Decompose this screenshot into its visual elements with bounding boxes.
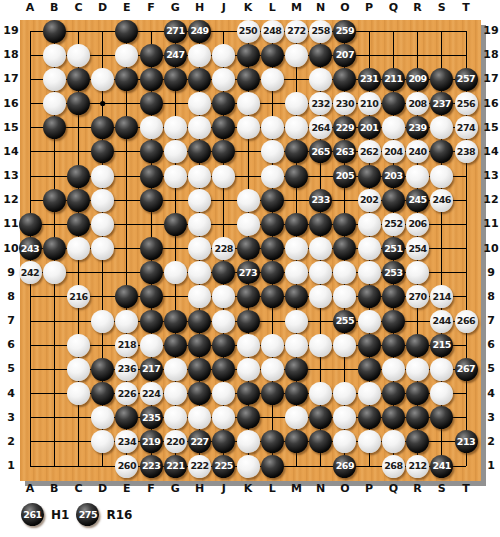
move-number: 225 [215, 461, 233, 471]
white-stone-G4[interactable] [164, 382, 187, 405]
white-stone-G3[interactable] [164, 406, 187, 429]
white-stone-H10[interactable] [188, 237, 211, 260]
row-label-left: 13 [1, 170, 21, 182]
white-stone-C4[interactable] [67, 382, 90, 405]
move-number: 201 [360, 123, 378, 133]
col-label-top: Q [385, 2, 401, 14]
white-stone-N17[interactable] [309, 68, 332, 91]
black-stone-Q17[interactable]: 211 [382, 68, 405, 91]
black-stone-G7[interactable] [164, 310, 187, 333]
row-label-right: 16 [481, 98, 500, 110]
black-stone-T2[interactable]: 213 [455, 430, 478, 453]
black-stone-Q13[interactable]: 203 [382, 165, 405, 188]
black-stone-N11[interactable] [309, 213, 332, 236]
caption-stone-261: 261 [21, 503, 44, 526]
white-stone-C18[interactable] [67, 44, 90, 67]
black-stone-B12[interactable] [43, 189, 66, 212]
black-stone-K3[interactable] [237, 406, 260, 429]
white-stone-K2[interactable] [237, 430, 260, 453]
move-number: 221 [166, 461, 184, 471]
black-stone-F1[interactable]: 223 [140, 455, 163, 478]
black-stone-L9[interactable] [261, 261, 284, 284]
row-label-right: 14 [481, 146, 500, 158]
move-number: 223 [142, 461, 160, 471]
black-stone-H7[interactable] [188, 310, 211, 333]
black-stone-L1[interactable] [261, 455, 284, 478]
move-number: 260 [118, 461, 136, 471]
row-label-right: 6 [481, 339, 500, 351]
black-stone-F2[interactable]: 219 [140, 430, 163, 453]
black-stone-Q7[interactable] [382, 310, 405, 333]
black-stone-G11[interactable] [164, 213, 187, 236]
white-stone-K5[interactable] [237, 358, 260, 381]
black-stone-P13[interactable] [358, 165, 381, 188]
move-number: 246 [433, 195, 451, 205]
white-stone-D12[interactable] [91, 189, 114, 212]
move-number: 254 [408, 244, 426, 254]
black-stone-Q16[interactable] [382, 92, 405, 115]
move-number: 217 [142, 364, 160, 374]
white-stone-C10[interactable] [67, 237, 90, 260]
white-stone-H18[interactable] [188, 44, 211, 67]
black-stone-K9[interactable]: 273 [237, 261, 260, 284]
move-number: 243 [21, 244, 39, 254]
col-label-top: R [410, 2, 426, 14]
black-stone-K4[interactable] [237, 382, 260, 405]
black-stone-O19[interactable]: 259 [333, 20, 356, 43]
black-stone-L4[interactable] [261, 382, 284, 405]
black-stone-S17[interactable] [430, 68, 453, 91]
col-label-top: S [434, 2, 450, 14]
black-stone-G17[interactable] [164, 68, 187, 91]
black-stone-P3[interactable] [358, 406, 381, 429]
white-stone-M7[interactable] [285, 310, 308, 333]
move-number: 248 [263, 26, 281, 36]
white-stone-N16[interactable]: 232 [309, 92, 332, 115]
white-stone-O6[interactable] [333, 334, 356, 357]
white-stone-P14[interactable]: 262 [358, 140, 381, 163]
black-stone-G6[interactable] [164, 334, 187, 357]
white-stone-M9[interactable] [285, 261, 308, 284]
white-stone-R5[interactable] [406, 358, 429, 381]
white-stone-S5[interactable] [430, 358, 453, 381]
black-stone-T17[interactable]: 257 [455, 68, 478, 91]
white-stone-R10[interactable]: 254 [406, 237, 429, 260]
black-stone-Q3[interactable] [382, 406, 405, 429]
white-stone-Q5[interactable] [382, 358, 405, 381]
black-stone-C16[interactable] [67, 92, 90, 115]
white-stone-T7[interactable]: 266 [455, 310, 478, 333]
black-stone-K17[interactable] [237, 68, 260, 91]
white-stone-G5[interactable] [164, 358, 187, 381]
white-stone-C6[interactable] [67, 334, 90, 357]
move-number: 219 [142, 437, 160, 447]
black-stone-Q8[interactable] [382, 285, 405, 308]
row-label-right: 13 [481, 170, 500, 182]
white-stone-D7[interactable] [91, 310, 114, 333]
move-number: 222 [190, 461, 208, 471]
row-label-right: 2 [481, 436, 500, 448]
move-number: 204 [384, 147, 402, 157]
black-stone-F7[interactable] [140, 310, 163, 333]
col-label-bottom: J [216, 483, 232, 495]
white-stone-K12[interactable] [237, 189, 260, 212]
move-number: 273 [239, 268, 257, 278]
black-stone-K18[interactable] [237, 44, 260, 67]
move-number: 271 [166, 26, 184, 36]
white-stone-H12[interactable] [188, 189, 211, 212]
move-number: 208 [408, 99, 426, 109]
black-stone-B10[interactable] [43, 237, 66, 260]
black-stone-Q9[interactable]: 253 [382, 261, 405, 284]
col-label-bottom: C [70, 483, 86, 495]
black-stone-B15[interactable] [43, 116, 66, 139]
row-label-left: 14 [1, 146, 21, 158]
move-number: 256 [457, 99, 475, 109]
white-stone-N19[interactable]: 258 [309, 20, 332, 43]
white-stone-P12[interactable]: 202 [358, 189, 381, 212]
black-stone-P6[interactable] [358, 334, 381, 357]
move-number: 205 [336, 171, 354, 181]
white-stone-B17[interactable] [43, 68, 66, 91]
white-stone-T15[interactable]: 274 [455, 116, 478, 139]
move-number: 267 [457, 364, 475, 374]
black-stone-L10[interactable] [261, 237, 284, 260]
white-stone-K19[interactable]: 250 [237, 20, 260, 43]
black-stone-G18[interactable]: 247 [164, 44, 187, 67]
white-stone-P2[interactable] [358, 430, 381, 453]
row-label-right: 5 [481, 363, 500, 375]
move-number: 251 [384, 244, 402, 254]
black-stone-M13[interactable] [285, 165, 308, 188]
black-stone-F17[interactable] [140, 68, 163, 91]
white-stone-G13[interactable] [164, 165, 187, 188]
row-label-right: 7 [481, 315, 500, 327]
white-stone-H13[interactable] [188, 165, 211, 188]
white-stone-D13[interactable] [91, 165, 114, 188]
white-stone-D11[interactable] [91, 213, 114, 236]
move-number: 216 [69, 292, 87, 302]
black-stone-F12[interactable] [140, 189, 163, 212]
col-label-bottom: B [46, 483, 62, 495]
black-stone-A11[interactable] [19, 213, 42, 236]
black-stone-S1[interactable]: 241 [430, 455, 453, 478]
row-label-right: 10 [481, 243, 500, 255]
col-label-top: D [95, 2, 111, 14]
row-label-left: 15 [1, 122, 21, 134]
black-stone-T5[interactable]: 267 [455, 358, 478, 381]
white-stone-G14[interactable] [164, 140, 187, 163]
white-stone-L13[interactable] [261, 165, 284, 188]
move-number: 233 [311, 195, 329, 205]
move-number: 218 [118, 340, 136, 350]
black-stone-K8[interactable] [237, 285, 260, 308]
white-stone-K16[interactable] [237, 92, 260, 115]
black-stone-H6[interactable] [188, 334, 211, 357]
white-stone-R16[interactable]: 208 [406, 92, 429, 115]
white-stone-Q15[interactable] [382, 116, 405, 139]
black-stone-F14[interactable] [140, 140, 163, 163]
white-stone-P16[interactable]: 210 [358, 92, 381, 115]
white-stone-Q11[interactable]: 252 [382, 213, 405, 236]
black-stone-O1[interactable]: 269 [333, 455, 356, 478]
white-stone-H11[interactable] [188, 213, 211, 236]
black-stone-H5[interactable] [188, 358, 211, 381]
move-number: 228 [215, 244, 233, 254]
black-stone-D4[interactable] [91, 382, 114, 405]
white-stone-C5[interactable] [67, 358, 90, 381]
white-stone-P4[interactable] [358, 382, 381, 405]
black-stone-F16[interactable] [140, 92, 163, 115]
row-label-right: 9 [481, 267, 500, 279]
white-stone-J17[interactable] [212, 68, 235, 91]
col-label-bottom: N [313, 483, 329, 495]
row-label-left: 3 [1, 412, 21, 424]
white-stone-N4[interactable] [309, 382, 332, 405]
move-number: 231 [360, 74, 378, 84]
white-stone-K6[interactable] [237, 334, 260, 357]
white-stone-B16[interactable] [43, 92, 66, 115]
caption-move-number: 275 [79, 510, 97, 520]
white-stone-F6[interactable] [140, 334, 163, 357]
black-stone-G19[interactable]: 271 [164, 20, 187, 43]
black-stone-J1[interactable]: 225 [212, 455, 235, 478]
col-label-bottom: A [22, 483, 38, 495]
row-label-left: 17 [1, 73, 21, 85]
black-stone-F9[interactable] [140, 261, 163, 284]
white-stone-F4[interactable]: 224 [140, 382, 163, 405]
black-stone-O18[interactable]: 207 [333, 44, 356, 67]
black-stone-S6[interactable]: 215 [430, 334, 453, 357]
white-stone-L14[interactable] [261, 140, 284, 163]
white-stone-L6[interactable] [261, 334, 284, 357]
black-stone-L8[interactable] [261, 285, 284, 308]
black-stone-P8[interactable] [358, 285, 381, 308]
move-number: 265 [311, 147, 329, 157]
white-stone-R13[interactable] [406, 165, 429, 188]
black-stone-F3[interactable]: 235 [140, 406, 163, 429]
white-stone-M3[interactable] [285, 406, 308, 429]
black-stone-D5[interactable] [91, 358, 114, 381]
move-number: 258 [311, 26, 329, 36]
white-stone-J18[interactable] [212, 44, 235, 67]
white-stone-G9[interactable] [164, 261, 187, 284]
black-stone-C11[interactable] [67, 213, 90, 236]
white-stone-B18[interactable] [43, 44, 66, 67]
move-number: 209 [408, 74, 426, 84]
white-stone-M15[interactable] [285, 116, 308, 139]
white-stone-S12[interactable]: 246 [430, 189, 453, 212]
black-stone-F5[interactable]: 217 [140, 358, 163, 381]
move-number: 210 [360, 99, 378, 109]
black-stone-L18[interactable] [261, 44, 284, 67]
caption-move-number: 261 [23, 510, 41, 520]
black-stone-Q10[interactable]: 251 [382, 237, 405, 260]
col-label-top: H [192, 2, 208, 14]
move-number: 250 [239, 26, 257, 36]
black-stone-G1[interactable]: 221 [164, 455, 187, 478]
move-number: 244 [433, 316, 451, 326]
white-stone-T14[interactable]: 238 [455, 140, 478, 163]
row-label-right: 15 [481, 122, 500, 134]
row-label-left: 9 [1, 267, 21, 279]
move-number: 237 [433, 99, 451, 109]
white-stone-P7[interactable] [358, 310, 381, 333]
black-stone-F13[interactable] [140, 165, 163, 188]
move-number: 230 [336, 99, 354, 109]
col-label-bottom: M [288, 483, 304, 495]
row-label-left: 1 [1, 460, 21, 472]
white-stone-S13[interactable] [430, 165, 453, 188]
move-number: 207 [336, 50, 354, 60]
black-stone-Q6[interactable] [382, 334, 405, 357]
black-stone-F18[interactable] [140, 44, 163, 67]
white-stone-D10[interactable] [91, 237, 114, 260]
white-stone-L19[interactable]: 248 [261, 20, 284, 43]
black-stone-M5[interactable] [285, 358, 308, 381]
black-stone-L11[interactable] [261, 213, 284, 236]
white-stone-G2[interactable]: 220 [164, 430, 187, 453]
move-number: 253 [384, 268, 402, 278]
go-diagram-page: AABBCCDDEEFFGGHHJJKKLLMMNNOOPPQQRRSSTT19… [0, 0, 500, 537]
col-label-top: B [46, 2, 62, 14]
white-stone-P9[interactable] [358, 261, 381, 284]
black-stone-O13[interactable]: 205 [333, 165, 356, 188]
move-number: 262 [360, 147, 378, 157]
move-number: 274 [457, 123, 475, 133]
black-stone-O7[interactable]: 255 [333, 310, 356, 333]
black-stone-J5[interactable] [212, 358, 235, 381]
white-stone-K11[interactable] [237, 213, 260, 236]
white-stone-N10[interactable] [309, 237, 332, 260]
white-stone-M19[interactable]: 272 [285, 20, 308, 43]
black-stone-R17[interactable]: 209 [406, 68, 429, 91]
move-number: 241 [433, 461, 451, 471]
col-label-top: L [264, 2, 280, 14]
black-stone-R4[interactable] [406, 382, 429, 405]
white-stone-H1[interactable]: 222 [188, 455, 211, 478]
caption-point-label: H1 [51, 508, 69, 522]
col-label-bottom: T [458, 483, 474, 495]
black-stone-C17[interactable] [67, 68, 90, 91]
move-number: 213 [457, 437, 475, 447]
black-stone-J6[interactable] [212, 334, 235, 357]
white-stone-Q1[interactable]: 268 [382, 455, 405, 478]
black-stone-K7[interactable] [237, 310, 260, 333]
black-stone-K10[interactable] [237, 237, 260, 260]
black-stone-H4[interactable] [188, 382, 211, 405]
col-label-bottom: G [167, 483, 183, 495]
move-number: 270 [408, 292, 426, 302]
col-label-bottom: K [240, 483, 256, 495]
white-stone-B9[interactable] [43, 261, 66, 284]
white-stone-G15[interactable] [164, 116, 187, 139]
white-stone-Q2[interactable] [382, 430, 405, 453]
white-stone-E7[interactable] [115, 310, 138, 333]
white-stone-F15[interactable] [140, 116, 163, 139]
white-stone-E6[interactable]: 218 [115, 334, 138, 357]
row-label-left: 2 [1, 436, 21, 448]
black-stone-C13[interactable] [67, 165, 90, 188]
black-stone-R12[interactable]: 245 [406, 189, 429, 212]
black-stone-A10[interactable]: 243 [19, 237, 42, 260]
white-stone-J13[interactable] [212, 165, 235, 188]
white-stone-D17[interactable] [91, 68, 114, 91]
move-number: 240 [408, 147, 426, 157]
col-label-bottom: P [361, 483, 377, 495]
black-stone-H17[interactable] [188, 68, 211, 91]
white-stone-M18[interactable] [285, 44, 308, 67]
move-number: 266 [457, 316, 475, 326]
white-stone-E18[interactable] [115, 44, 138, 67]
black-stone-L2[interactable] [261, 430, 284, 453]
black-stone-R6[interactable] [406, 334, 429, 357]
white-stone-M6[interactable] [285, 334, 308, 357]
white-stone-L5[interactable] [261, 358, 284, 381]
col-label-bottom: Q [385, 483, 401, 495]
move-number: 272 [287, 26, 305, 36]
white-stone-S7[interactable]: 244 [430, 310, 453, 333]
move-number: 214 [433, 292, 451, 302]
black-stone-Q4[interactable] [382, 382, 405, 405]
col-label-bottom: O [337, 483, 353, 495]
white-stone-K15[interactable] [237, 116, 260, 139]
row-label-left: 19 [1, 25, 21, 37]
black-stone-P17[interactable]: 231 [358, 68, 381, 91]
move-number: 259 [336, 26, 354, 36]
move-number: 239 [408, 123, 426, 133]
white-stone-P11[interactable] [358, 213, 381, 236]
black-stone-B19[interactable] [43, 20, 66, 43]
white-stone-L15[interactable] [261, 116, 284, 139]
white-stone-A9[interactable]: 242 [19, 261, 42, 284]
black-stone-N18[interactable] [309, 44, 332, 67]
black-stone-H19[interactable]: 249 [188, 20, 211, 43]
white-stone-Q14[interactable]: 204 [382, 140, 405, 163]
black-stone-P15[interactable]: 201 [358, 116, 381, 139]
black-stone-M4[interactable] [285, 382, 308, 405]
white-stone-R1[interactable]: 212 [406, 455, 429, 478]
col-label-top: M [288, 2, 304, 14]
white-stone-N6[interactable] [309, 334, 332, 357]
black-stone-L12[interactable] [261, 189, 284, 212]
white-stone-R11[interactable]: 206 [406, 213, 429, 236]
white-stone-M16[interactable] [285, 92, 308, 115]
white-stone-K1[interactable] [237, 455, 260, 478]
black-stone-N12[interactable]: 233 [309, 189, 332, 212]
black-stone-C12[interactable] [67, 189, 90, 212]
white-stone-J7[interactable] [212, 310, 235, 333]
white-stone-L17[interactable] [261, 68, 284, 91]
black-stone-E19[interactable] [115, 20, 138, 43]
black-stone-Q12[interactable] [382, 189, 405, 212]
black-stone-F10[interactable] [140, 237, 163, 260]
white-stone-E1[interactable]: 260 [115, 455, 138, 478]
row-label-left: 5 [1, 363, 21, 375]
col-label-top: G [167, 2, 183, 14]
col-label-bottom: R [410, 483, 426, 495]
black-stone-P5[interactable] [358, 358, 381, 381]
black-stone-F8[interactable] [140, 285, 163, 308]
col-label-bottom: H [192, 483, 208, 495]
white-stone-H16[interactable] [188, 92, 211, 115]
black-stone-M11[interactable] [285, 213, 308, 236]
white-stone-M10[interactable] [285, 237, 308, 260]
row-label-left: 18 [1, 49, 21, 61]
move-number: 212 [408, 461, 426, 471]
white-stone-T16[interactable]: 256 [455, 92, 478, 115]
white-stone-P10[interactable] [358, 237, 381, 260]
